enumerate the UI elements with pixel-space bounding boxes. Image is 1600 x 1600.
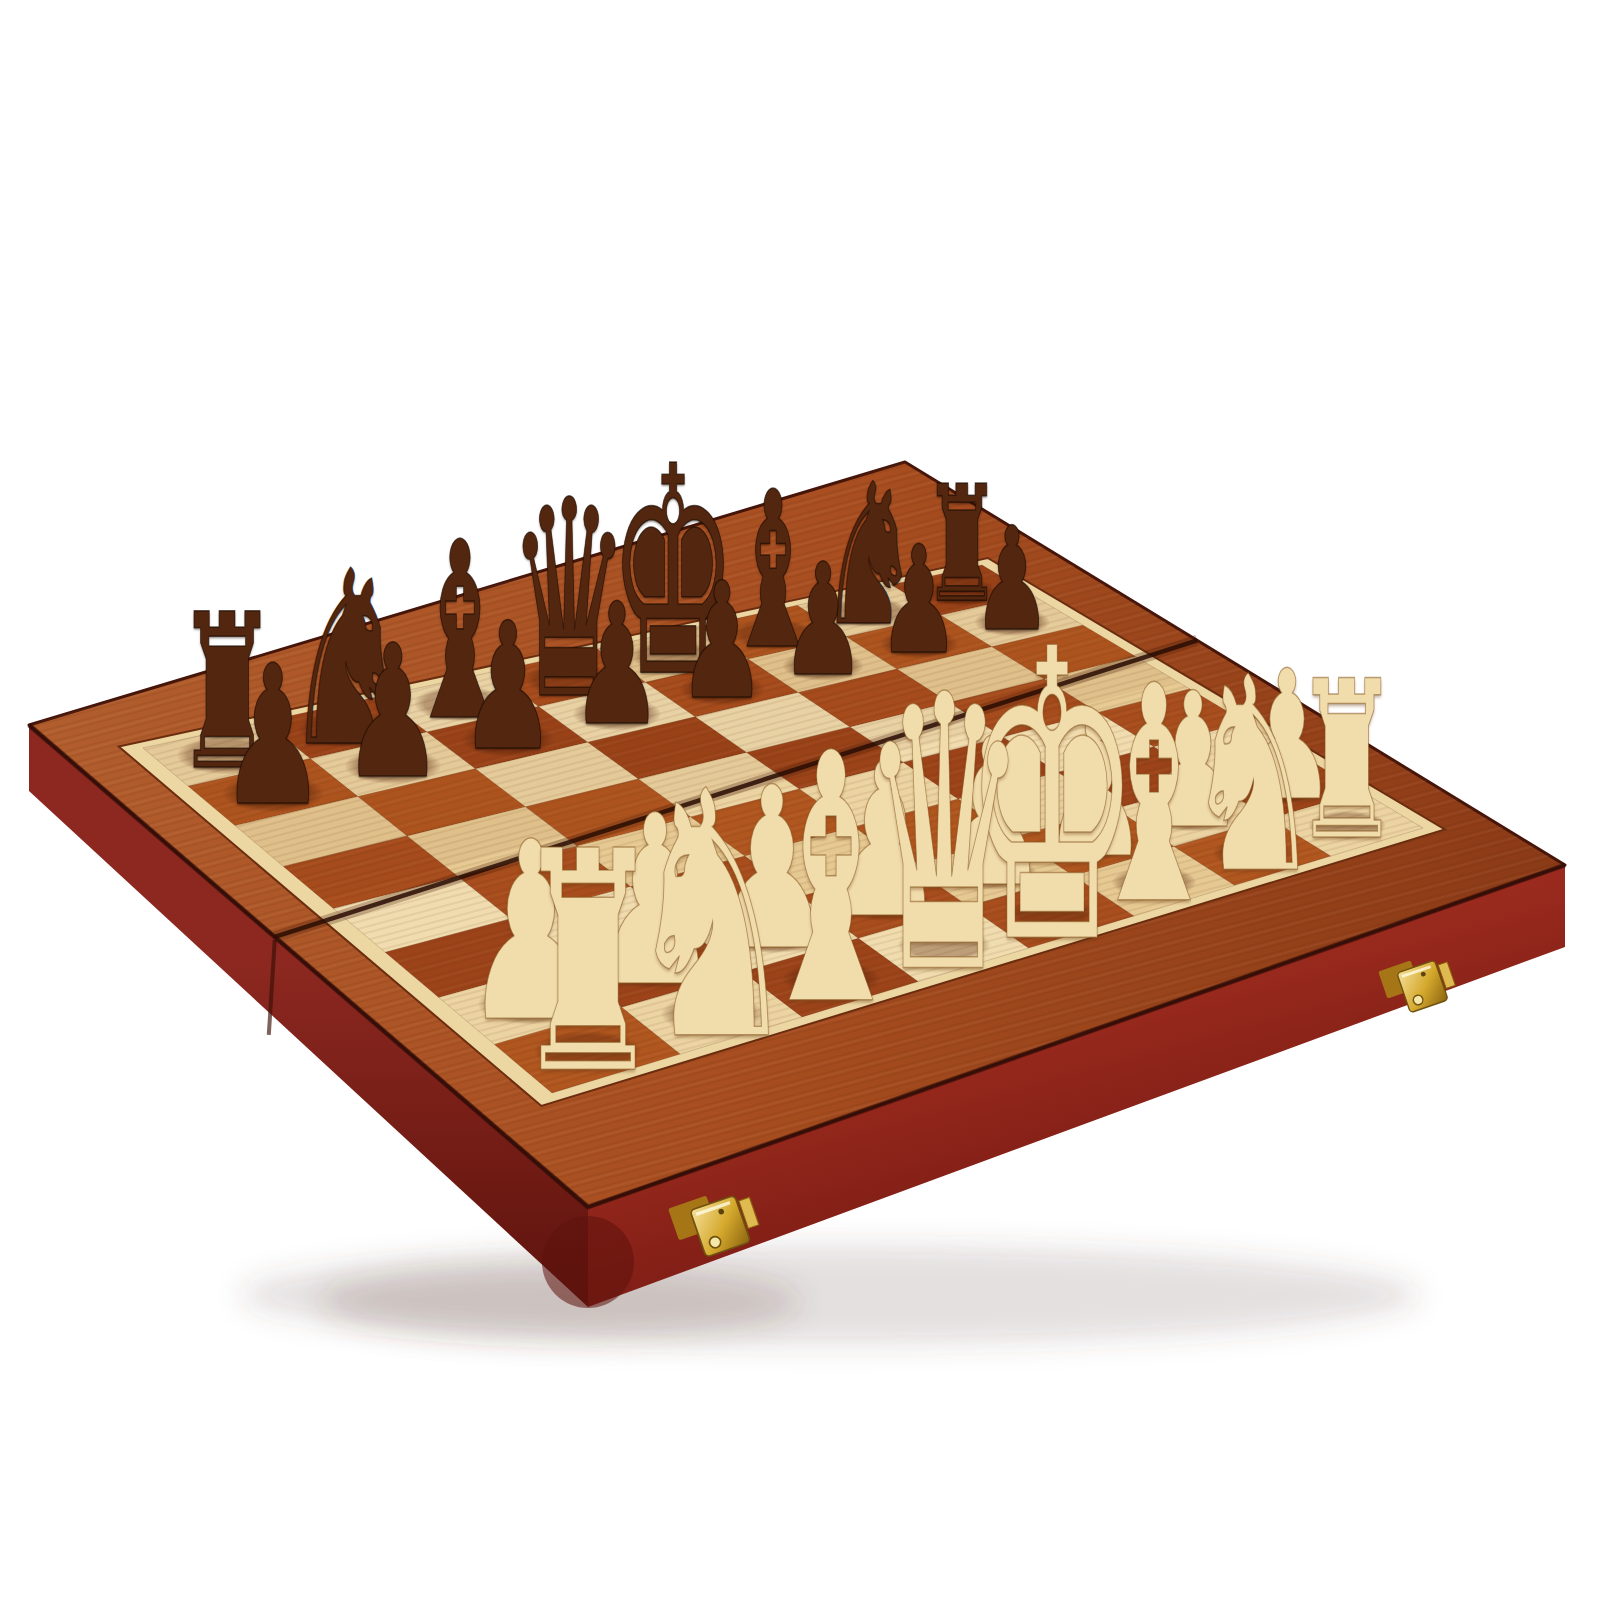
- box-corner-round: [542, 1216, 634, 1308]
- chess-board: [0, 0, 1600, 1600]
- chess-set-product-photo: ♜♞♝♛♚♝♞♜♟♟♟♟♟♟♟♟♟♟♟♟♟♟♟♟♜♞♝♛♚♝♞♜: [0, 0, 1600, 1600]
